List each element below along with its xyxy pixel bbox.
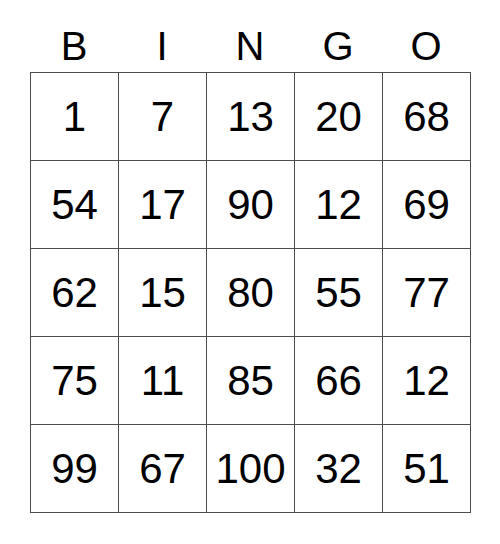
bingo-cell-r4c3[interactable]: 85 (207, 337, 294, 424)
bingo-cell-r2c1[interactable]: 54 (31, 161, 118, 248)
bingo-cell-r4c5[interactable]: 12 (383, 337, 470, 424)
bingo-cell-r4c1[interactable]: 75 (31, 337, 118, 424)
bingo-cell-r3c1[interactable]: 62 (31, 249, 118, 336)
bingo-cell-r5c3[interactable]: 100 (207, 425, 294, 512)
bingo-cell-r1c4[interactable]: 20 (295, 73, 382, 160)
bingo-header-letter-i: I (118, 24, 206, 68)
bingo-cell-r4c2[interactable]: 11 (119, 337, 206, 424)
bingo-cell-r3c3[interactable]: 80 (207, 249, 294, 336)
bingo-cell-r5c1[interactable]: 99 (31, 425, 118, 512)
bingo-cell-r5c4[interactable]: 32 (295, 425, 382, 512)
bingo-grid: 1 7 13 20 68 54 17 90 12 69 62 15 80 55 … (30, 72, 471, 513)
bingo-cell-r1c5[interactable]: 68 (383, 73, 470, 160)
bingo-header-letter-g: G (294, 24, 382, 68)
bingo-cell-r5c2[interactable]: 67 (119, 425, 206, 512)
bingo-header-letter-b: B (30, 24, 118, 68)
bingo-card: B I N G O 1 7 13 20 68 54 17 90 12 69 62… (0, 0, 500, 544)
bingo-cell-r1c2[interactable]: 7 (119, 73, 206, 160)
bingo-header-letter-n: N (206, 24, 294, 68)
bingo-cell-r4c4[interactable]: 66 (295, 337, 382, 424)
bingo-cell-r3c4[interactable]: 55 (295, 249, 382, 336)
bingo-cell-r3c2[interactable]: 15 (119, 249, 206, 336)
bingo-cell-r1c1[interactable]: 1 (31, 73, 118, 160)
bingo-cell-r3c5[interactable]: 77 (383, 249, 470, 336)
bingo-cell-r2c2[interactable]: 17 (119, 161, 206, 248)
bingo-cell-r5c5[interactable]: 51 (383, 425, 470, 512)
bingo-cell-r2c3[interactable]: 90 (207, 161, 294, 248)
bingo-header-letter-o: O (382, 24, 470, 68)
bingo-cell-r1c3[interactable]: 13 (207, 73, 294, 160)
bingo-cell-r2c5[interactable]: 69 (383, 161, 470, 248)
bingo-header-row: B I N G O (30, 24, 470, 68)
bingo-cell-r2c4[interactable]: 12 (295, 161, 382, 248)
